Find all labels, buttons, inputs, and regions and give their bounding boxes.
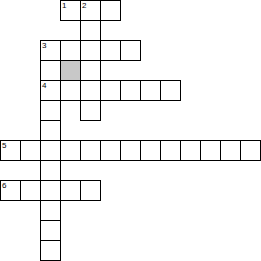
crossword-cell[interactable] xyxy=(160,80,181,101)
crossword-cell[interactable] xyxy=(60,180,81,201)
shaded-cell[interactable] xyxy=(60,60,81,81)
crossword-cell[interactable] xyxy=(20,180,41,201)
crossword-cell[interactable] xyxy=(200,140,221,161)
crossword-cell[interactable] xyxy=(100,40,121,61)
crossword-cell[interactable] xyxy=(80,20,101,41)
crossword-cell[interactable] xyxy=(20,140,41,161)
crossword-cell[interactable] xyxy=(120,80,141,101)
crossword-cell[interactable] xyxy=(40,220,61,241)
crossword-cell[interactable] xyxy=(100,140,121,161)
crossword-cell[interactable] xyxy=(60,40,81,61)
crossword-cell[interactable] xyxy=(60,80,81,101)
crossword-cell[interactable] xyxy=(80,40,101,61)
crossword-cell[interactable] xyxy=(60,0,81,21)
crossword-cell[interactable] xyxy=(80,180,101,201)
crossword-cell[interactable] xyxy=(100,80,121,101)
crossword-cell[interactable] xyxy=(0,180,21,201)
crossword-cell[interactable] xyxy=(40,120,61,141)
crossword-board: 123456 xyxy=(0,0,261,261)
crossword-cell[interactable] xyxy=(220,140,241,161)
crossword-cell[interactable] xyxy=(0,140,21,161)
crossword-cell[interactable] xyxy=(80,0,101,21)
crossword-cell[interactable] xyxy=(140,140,161,161)
crossword-cell[interactable] xyxy=(80,80,101,101)
crossword-cell[interactable] xyxy=(240,140,261,161)
crossword-cell[interactable] xyxy=(60,140,81,161)
crossword-cell[interactable] xyxy=(80,60,101,81)
crossword-cell[interactable] xyxy=(40,140,61,161)
crossword-cell[interactable] xyxy=(40,100,61,121)
crossword-cell[interactable] xyxy=(40,40,61,61)
crossword-cell[interactable] xyxy=(160,140,181,161)
crossword-cell[interactable] xyxy=(40,240,61,261)
crossword-cell[interactable] xyxy=(120,140,141,161)
crossword-cell[interactable] xyxy=(120,40,141,61)
crossword-cell[interactable] xyxy=(40,200,61,221)
crossword-cell[interactable] xyxy=(40,180,61,201)
crossword-cell[interactable] xyxy=(80,140,101,161)
crossword-cell[interactable] xyxy=(40,60,61,81)
crossword-cell[interactable] xyxy=(40,80,61,101)
crossword-cell[interactable] xyxy=(100,0,121,21)
crossword-cell[interactable] xyxy=(40,160,61,181)
crossword-cell[interactable] xyxy=(140,80,161,101)
crossword-cell[interactable] xyxy=(180,140,201,161)
crossword-cell[interactable] xyxy=(80,100,101,121)
